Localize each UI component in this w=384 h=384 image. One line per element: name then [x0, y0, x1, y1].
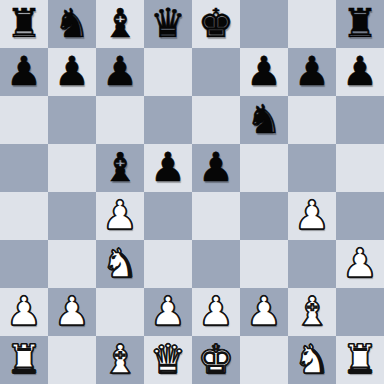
white-pawn-icon[interactable]: ♟	[150, 291, 186, 331]
square-c2[interactable]	[96, 288, 144, 336]
black-knight-icon[interactable]: ♞	[54, 3, 90, 43]
square-f1[interactable]	[240, 336, 288, 384]
square-h6[interactable]	[336, 96, 384, 144]
square-h1[interactable]: ♜	[336, 336, 384, 384]
square-c5[interactable]: ♝	[96, 144, 144, 192]
square-g1[interactable]: ♞	[288, 336, 336, 384]
square-c8[interactable]: ♝	[96, 0, 144, 48]
black-pawn-icon[interactable]: ♟	[246, 51, 282, 91]
square-g4[interactable]: ♟	[288, 192, 336, 240]
black-bishop-icon[interactable]: ♝	[102, 147, 138, 187]
square-d5[interactable]: ♟	[144, 144, 192, 192]
white-rook-icon[interactable]: ♜	[6, 339, 42, 379]
square-e4[interactable]	[192, 192, 240, 240]
black-pawn-icon[interactable]: ♟	[198, 147, 234, 187]
black-bishop-icon[interactable]: ♝	[102, 3, 138, 43]
square-b7[interactable]: ♟	[48, 48, 96, 96]
square-a5[interactable]	[0, 144, 48, 192]
square-g6[interactable]	[288, 96, 336, 144]
white-pawn-icon[interactable]: ♟	[102, 195, 138, 235]
square-g5[interactable]	[288, 144, 336, 192]
square-e6[interactable]	[192, 96, 240, 144]
square-a2[interactable]: ♟	[0, 288, 48, 336]
black-knight-icon[interactable]: ♞	[246, 99, 282, 139]
white-knight-icon[interactable]: ♞	[102, 243, 138, 283]
square-g2[interactable]: ♝	[288, 288, 336, 336]
square-e3[interactable]	[192, 240, 240, 288]
square-a8[interactable]: ♜	[0, 0, 48, 48]
black-pawn-icon[interactable]: ♟	[294, 51, 330, 91]
square-d6[interactable]	[144, 96, 192, 144]
square-f7[interactable]: ♟	[240, 48, 288, 96]
square-b5[interactable]	[48, 144, 96, 192]
white-bishop-icon[interactable]: ♝	[294, 291, 330, 331]
square-g7[interactable]: ♟	[288, 48, 336, 96]
square-b6[interactable]	[48, 96, 96, 144]
black-pawn-icon[interactable]: ♟	[6, 51, 42, 91]
black-rook-icon[interactable]: ♜	[342, 3, 378, 43]
square-c3[interactable]: ♞	[96, 240, 144, 288]
black-rook-icon[interactable]: ♜	[6, 3, 42, 43]
square-a3[interactable]	[0, 240, 48, 288]
square-g3[interactable]	[288, 240, 336, 288]
square-a1[interactable]: ♜	[0, 336, 48, 384]
black-pawn-icon[interactable]: ♟	[102, 51, 138, 91]
white-pawn-icon[interactable]: ♟	[342, 243, 378, 283]
square-b4[interactable]	[48, 192, 96, 240]
white-knight-icon[interactable]: ♞	[294, 339, 330, 379]
white-pawn-icon[interactable]: ♟	[198, 291, 234, 331]
black-king-icon[interactable]: ♚	[198, 3, 234, 43]
square-d4[interactable]	[144, 192, 192, 240]
black-pawn-icon[interactable]: ♟	[342, 51, 378, 91]
square-a6[interactable]	[0, 96, 48, 144]
black-pawn-icon[interactable]: ♟	[54, 51, 90, 91]
white-king-icon[interactable]: ♚	[198, 339, 234, 379]
square-f8[interactable]	[240, 0, 288, 48]
square-e2[interactable]: ♟	[192, 288, 240, 336]
chess-board: ♜♞♝♛♚♜♟♟♟♟♟♟♞♝♟♟♟♟♞♟♟♟♟♟♟♝♜♝♛♚♞♜	[0, 0, 384, 384]
square-f4[interactable]	[240, 192, 288, 240]
square-e7[interactable]	[192, 48, 240, 96]
square-d2[interactable]: ♟	[144, 288, 192, 336]
square-d3[interactable]	[144, 240, 192, 288]
square-d1[interactable]: ♛	[144, 336, 192, 384]
square-f6[interactable]: ♞	[240, 96, 288, 144]
square-a4[interactable]	[0, 192, 48, 240]
square-b3[interactable]	[48, 240, 96, 288]
square-h2[interactable]	[336, 288, 384, 336]
square-f3[interactable]	[240, 240, 288, 288]
white-bishop-icon[interactable]: ♝	[102, 339, 138, 379]
square-d8[interactable]: ♛	[144, 0, 192, 48]
square-b2[interactable]: ♟	[48, 288, 96, 336]
square-a7[interactable]: ♟	[0, 48, 48, 96]
white-pawn-icon[interactable]: ♟	[294, 195, 330, 235]
square-c6[interactable]	[96, 96, 144, 144]
square-f2[interactable]: ♟	[240, 288, 288, 336]
white-pawn-icon[interactable]: ♟	[246, 291, 282, 331]
white-pawn-icon[interactable]: ♟	[6, 291, 42, 331]
square-c1[interactable]: ♝	[96, 336, 144, 384]
white-pawn-icon[interactable]: ♟	[54, 291, 90, 331]
square-e8[interactable]: ♚	[192, 0, 240, 48]
black-pawn-icon[interactable]: ♟	[150, 147, 186, 187]
square-d7[interactable]	[144, 48, 192, 96]
square-b8[interactable]: ♞	[48, 0, 96, 48]
square-e5[interactable]: ♟	[192, 144, 240, 192]
square-c7[interactable]: ♟	[96, 48, 144, 96]
white-rook-icon[interactable]: ♜	[342, 339, 378, 379]
black-queen-icon[interactable]: ♛	[150, 3, 186, 43]
square-g8[interactable]	[288, 0, 336, 48]
square-c4[interactable]: ♟	[96, 192, 144, 240]
square-h3[interactable]: ♟	[336, 240, 384, 288]
square-f5[interactable]	[240, 144, 288, 192]
square-e1[interactable]: ♚	[192, 336, 240, 384]
square-h7[interactable]: ♟	[336, 48, 384, 96]
white-queen-icon[interactable]: ♛	[150, 339, 186, 379]
square-b1[interactable]	[48, 336, 96, 384]
square-h5[interactable]	[336, 144, 384, 192]
square-h4[interactable]	[336, 192, 384, 240]
square-h8[interactable]: ♜	[336, 0, 384, 48]
